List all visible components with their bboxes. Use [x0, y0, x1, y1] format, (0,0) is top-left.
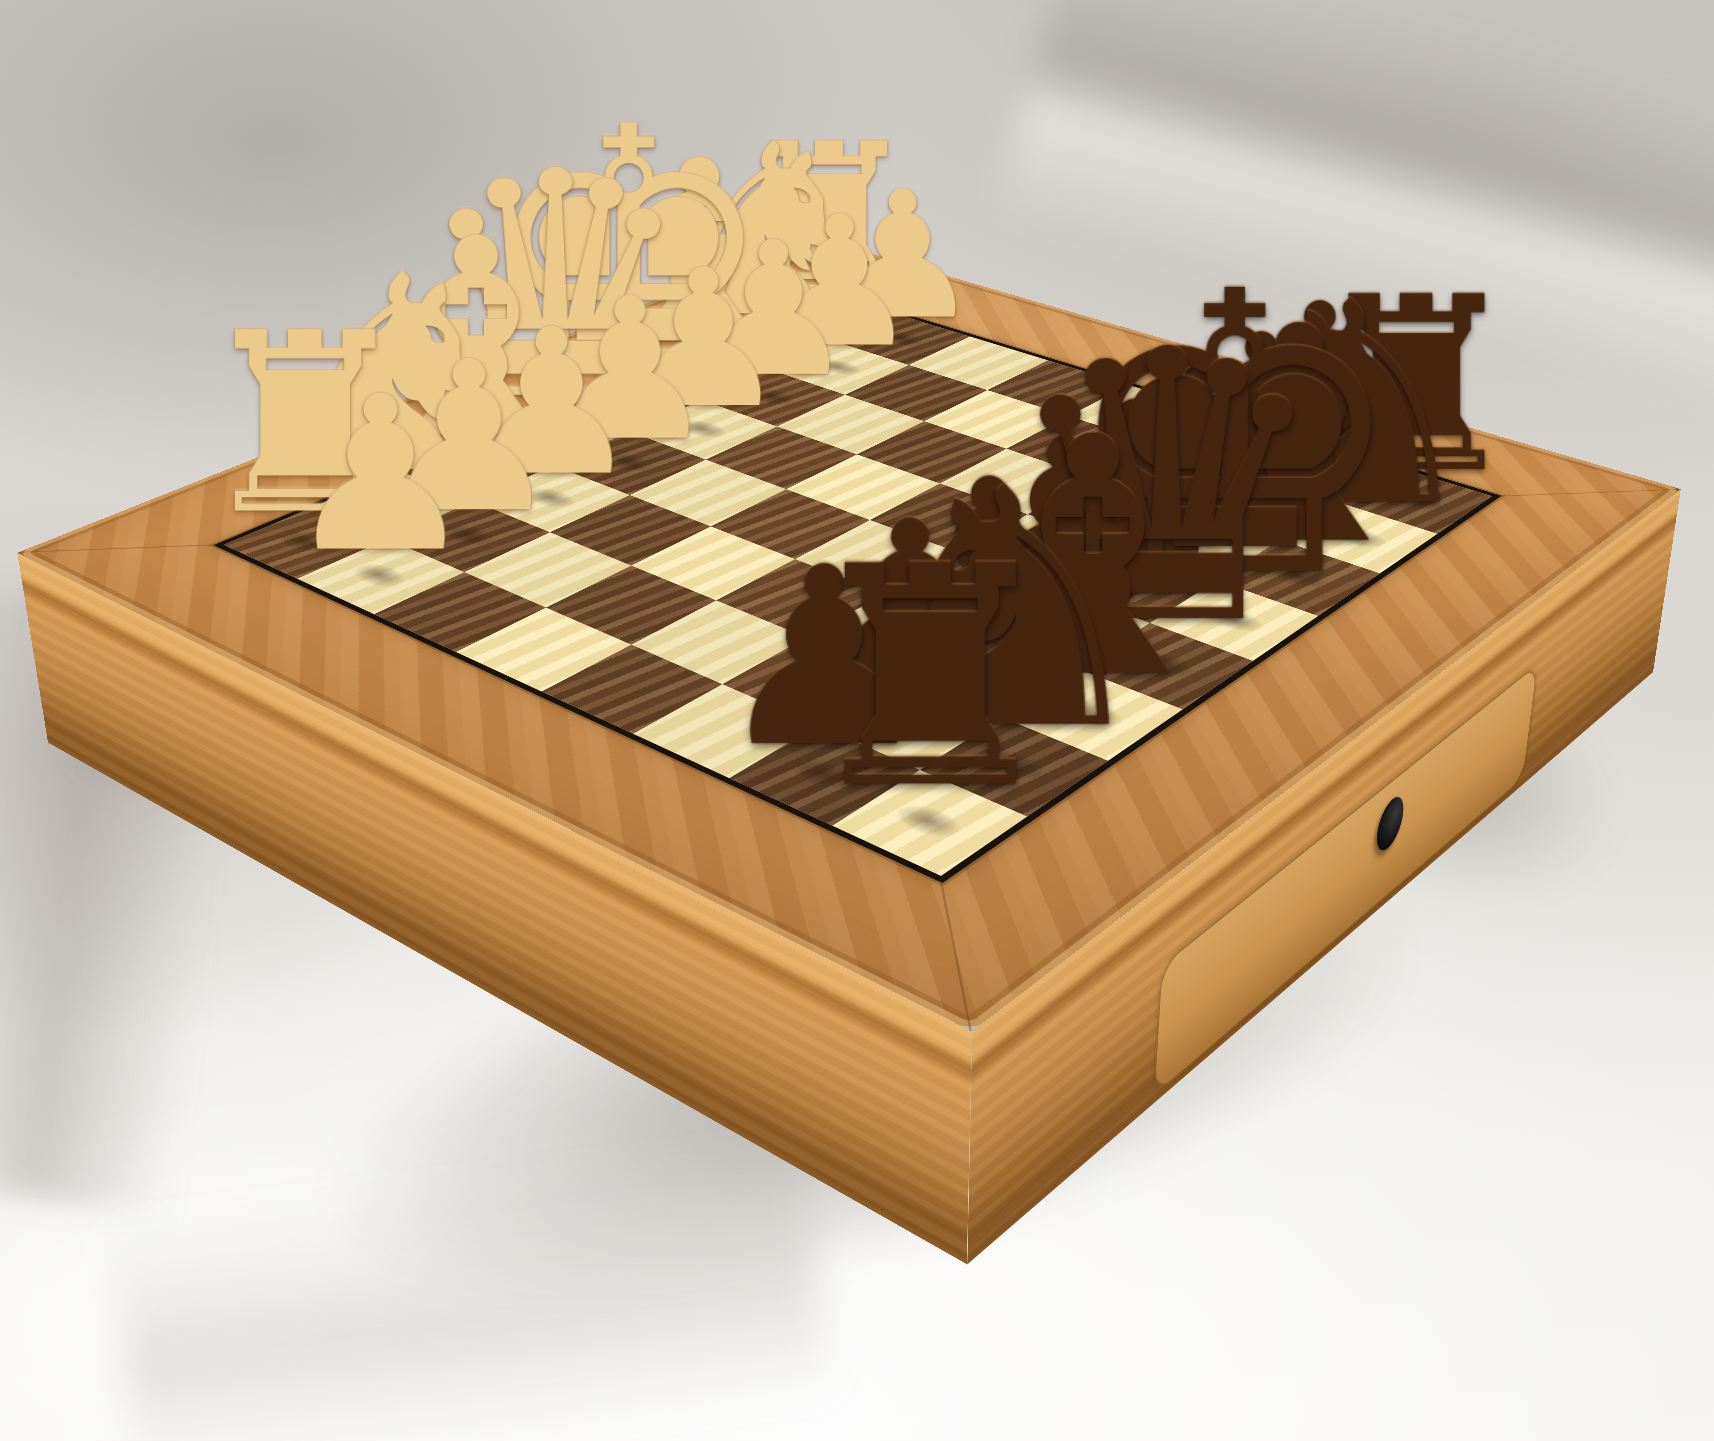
black-rook-glyph: ♜ [794, 527, 1066, 830]
white-pawn-glyph: ♟ [285, 368, 477, 582]
photo-scene: ♜♟♟♜♞♟♟♞♝♟♟♝♚♟♟♚♛♟♟♛♝♟♟♝♞♟♟♞♜♟♟♜ [0, 0, 1714, 1441]
frame-mitre-seam [940, 883, 972, 1031]
box-top-frame: ♜♟♟♜♞♟♟♞♝♟♟♝♚♟♟♚♛♟♟♛♝♟♟♝♞♟♟♞♜♟♟♜ [17, 237, 1680, 1031]
frame-mitre-seam [17, 544, 213, 552]
drawer-knob[interactable] [1375, 788, 1406, 859]
chess-box: ♜♟♟♜♞♟♟♞♝♟♟♝♚♟♟♚♛♟♟♛♝♟♟♝♞♟♟♞♜♟♟♜ [17, 237, 1680, 1031]
frame-mitre-seam [1502, 489, 1682, 497]
perspective-world: ♜♟♟♜♞♟♟♞♝♟♟♝♚♟♟♚♛♟♟♛♝♟♟♝♞♟♟♞♜♟♟♜ [0, 0, 1714, 1441]
